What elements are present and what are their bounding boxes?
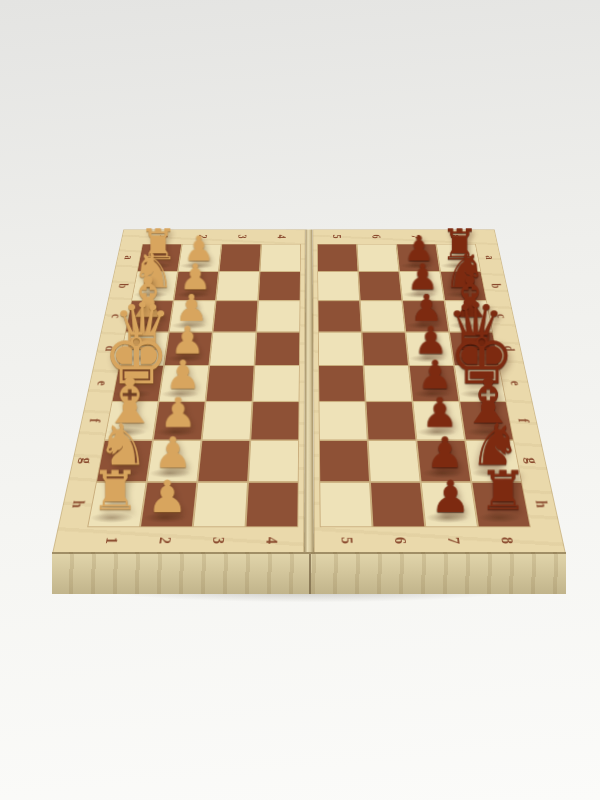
square-f6[interactable] [366,402,417,441]
rank-label-text: 7 [444,537,463,544]
file-label-text: d [102,346,118,352]
square-b3[interactable] [216,271,260,300]
chess-board: abcdefgh11223344♜♟♞♟♝♟♛♟♚♟♝♟♞♟♜♟ abcdefg… [52,232,566,554]
file-label-text: g [523,458,541,464]
file-label-text: c [109,314,124,318]
rank-label-text: 4 [275,235,288,239]
square-f4[interactable] [250,402,299,441]
square-d5[interactable] [318,332,364,366]
rank-label-bottom-3: 3 [190,527,245,554]
rank-label-bottom-1: 1 [82,527,140,554]
square-c4[interactable] [256,301,300,332]
piece-white-pawn-g2[interactable]: ♟ [154,431,192,474]
file-label-text: a [482,255,496,259]
square-h6[interactable] [370,482,425,527]
rank-label-text: 7 [409,235,423,239]
square-c6[interactable] [360,301,405,332]
chess-set-photo: abcdefgh11223344♜♟♞♟♝♟♛♟♚♟♝♟♞♟♜♟ abcdefg… [0,0,600,800]
file-label-text: b [488,283,503,288]
square-a6[interactable] [357,244,399,271]
square-h4[interactable] [245,482,298,527]
rank-label-text: 3 [209,537,227,544]
file-label-text: h [531,500,550,507]
rank-label-text: 4 [262,537,280,544]
file-label-text: g [77,458,95,464]
square-g6[interactable] [368,440,421,482]
square-a5[interactable] [317,244,358,271]
board-right-half: abcdefgh55667788♟♜♟♞♟♝♟♛♟♚♟♝♟♞♟♜ [313,229,566,554]
file-label-text: b [115,283,130,288]
square-e4[interactable] [252,366,299,402]
board-surface: abcdefgh11223344♜♟♞♟♝♟♛♟♚♟♝♟♞♟♜♟ abcdefg… [52,229,566,554]
file-label-text: d [500,346,516,352]
square-b6[interactable] [358,271,402,300]
rank-label-text: 3 [235,235,248,239]
rank-label-top-5: 5 [317,229,357,244]
rank-label-text: 5 [330,235,343,239]
rank-label-bottom-5: 5 [320,527,374,554]
square-g4[interactable] [248,440,299,482]
rank-label-bottom-8: 8 [478,527,536,554]
square-d4[interactable] [254,332,300,366]
square-h8[interactable]: ♜ [471,482,530,527]
square-h3[interactable] [193,482,248,527]
square-g3[interactable] [197,440,250,482]
rank-label-text: 8 [448,235,462,239]
piece-white-pawn-h2[interactable]: ♟ [147,474,187,519]
rank-label-top-6: 6 [356,229,396,244]
file-label-text: h [68,500,87,507]
square-d3[interactable] [209,332,256,366]
rank-label-text: 2 [196,235,210,239]
square-g5[interactable] [319,440,370,482]
piece-black-rook-h8[interactable]: ♜ [479,464,528,518]
square-c5[interactable] [318,301,362,332]
square-a4[interactable] [260,244,301,271]
rank-label-text: 6 [391,537,409,544]
rank-label-bottom-4: 4 [244,527,298,554]
square-f5[interactable] [319,402,368,441]
rank-label-text: 5 [338,537,356,544]
board-front-edge [52,552,566,594]
file-label-text: a [121,255,135,259]
file-label-text: c [494,314,509,318]
piece-white-rook-h1[interactable]: ♜ [91,464,140,518]
rank-label-bottom-2: 2 [136,527,193,554]
rank-label-bottom-7: 7 [425,527,482,554]
rank-label-text: 1 [102,537,121,544]
square-c3[interactable] [213,301,258,332]
square-b5[interactable] [317,271,360,300]
rank-label-text: 1 [156,235,170,239]
square-d6[interactable] [362,332,409,366]
square-h7[interactable]: ♟ [421,482,478,527]
file-label-text: e [507,381,523,386]
file-label-text: e [94,381,110,386]
square-e5[interactable] [318,366,365,402]
file-label-text: f [515,419,532,423]
rank-label-text: 8 [497,537,516,544]
rank-label-text: 6 [369,235,382,239]
square-e3[interactable] [206,366,255,402]
board-front-seam [309,554,311,594]
file-label-text: f [86,419,103,423]
piece-black-pawn-h7[interactable]: ♟ [431,474,471,519]
rank-label-top-4: 4 [261,229,301,244]
piece-black-pawn-g7[interactable]: ♟ [426,431,464,474]
square-e6[interactable] [364,366,413,402]
board-left-half: abcdefgh11223344♜♟♞♟♝♟♛♟♚♟♝♟♞♟♜♟ [52,229,305,554]
rank-label-bottom-6: 6 [373,527,428,554]
square-b4[interactable] [258,271,301,300]
rank-label-top-3: 3 [222,229,262,244]
rank-label-text: 2 [155,537,174,544]
square-h5[interactable] [319,482,372,527]
square-a3[interactable] [219,244,261,271]
square-f3[interactable] [202,402,253,441]
square-h2[interactable]: ♟ [140,482,197,527]
square-h1[interactable]: ♜ [87,482,146,527]
